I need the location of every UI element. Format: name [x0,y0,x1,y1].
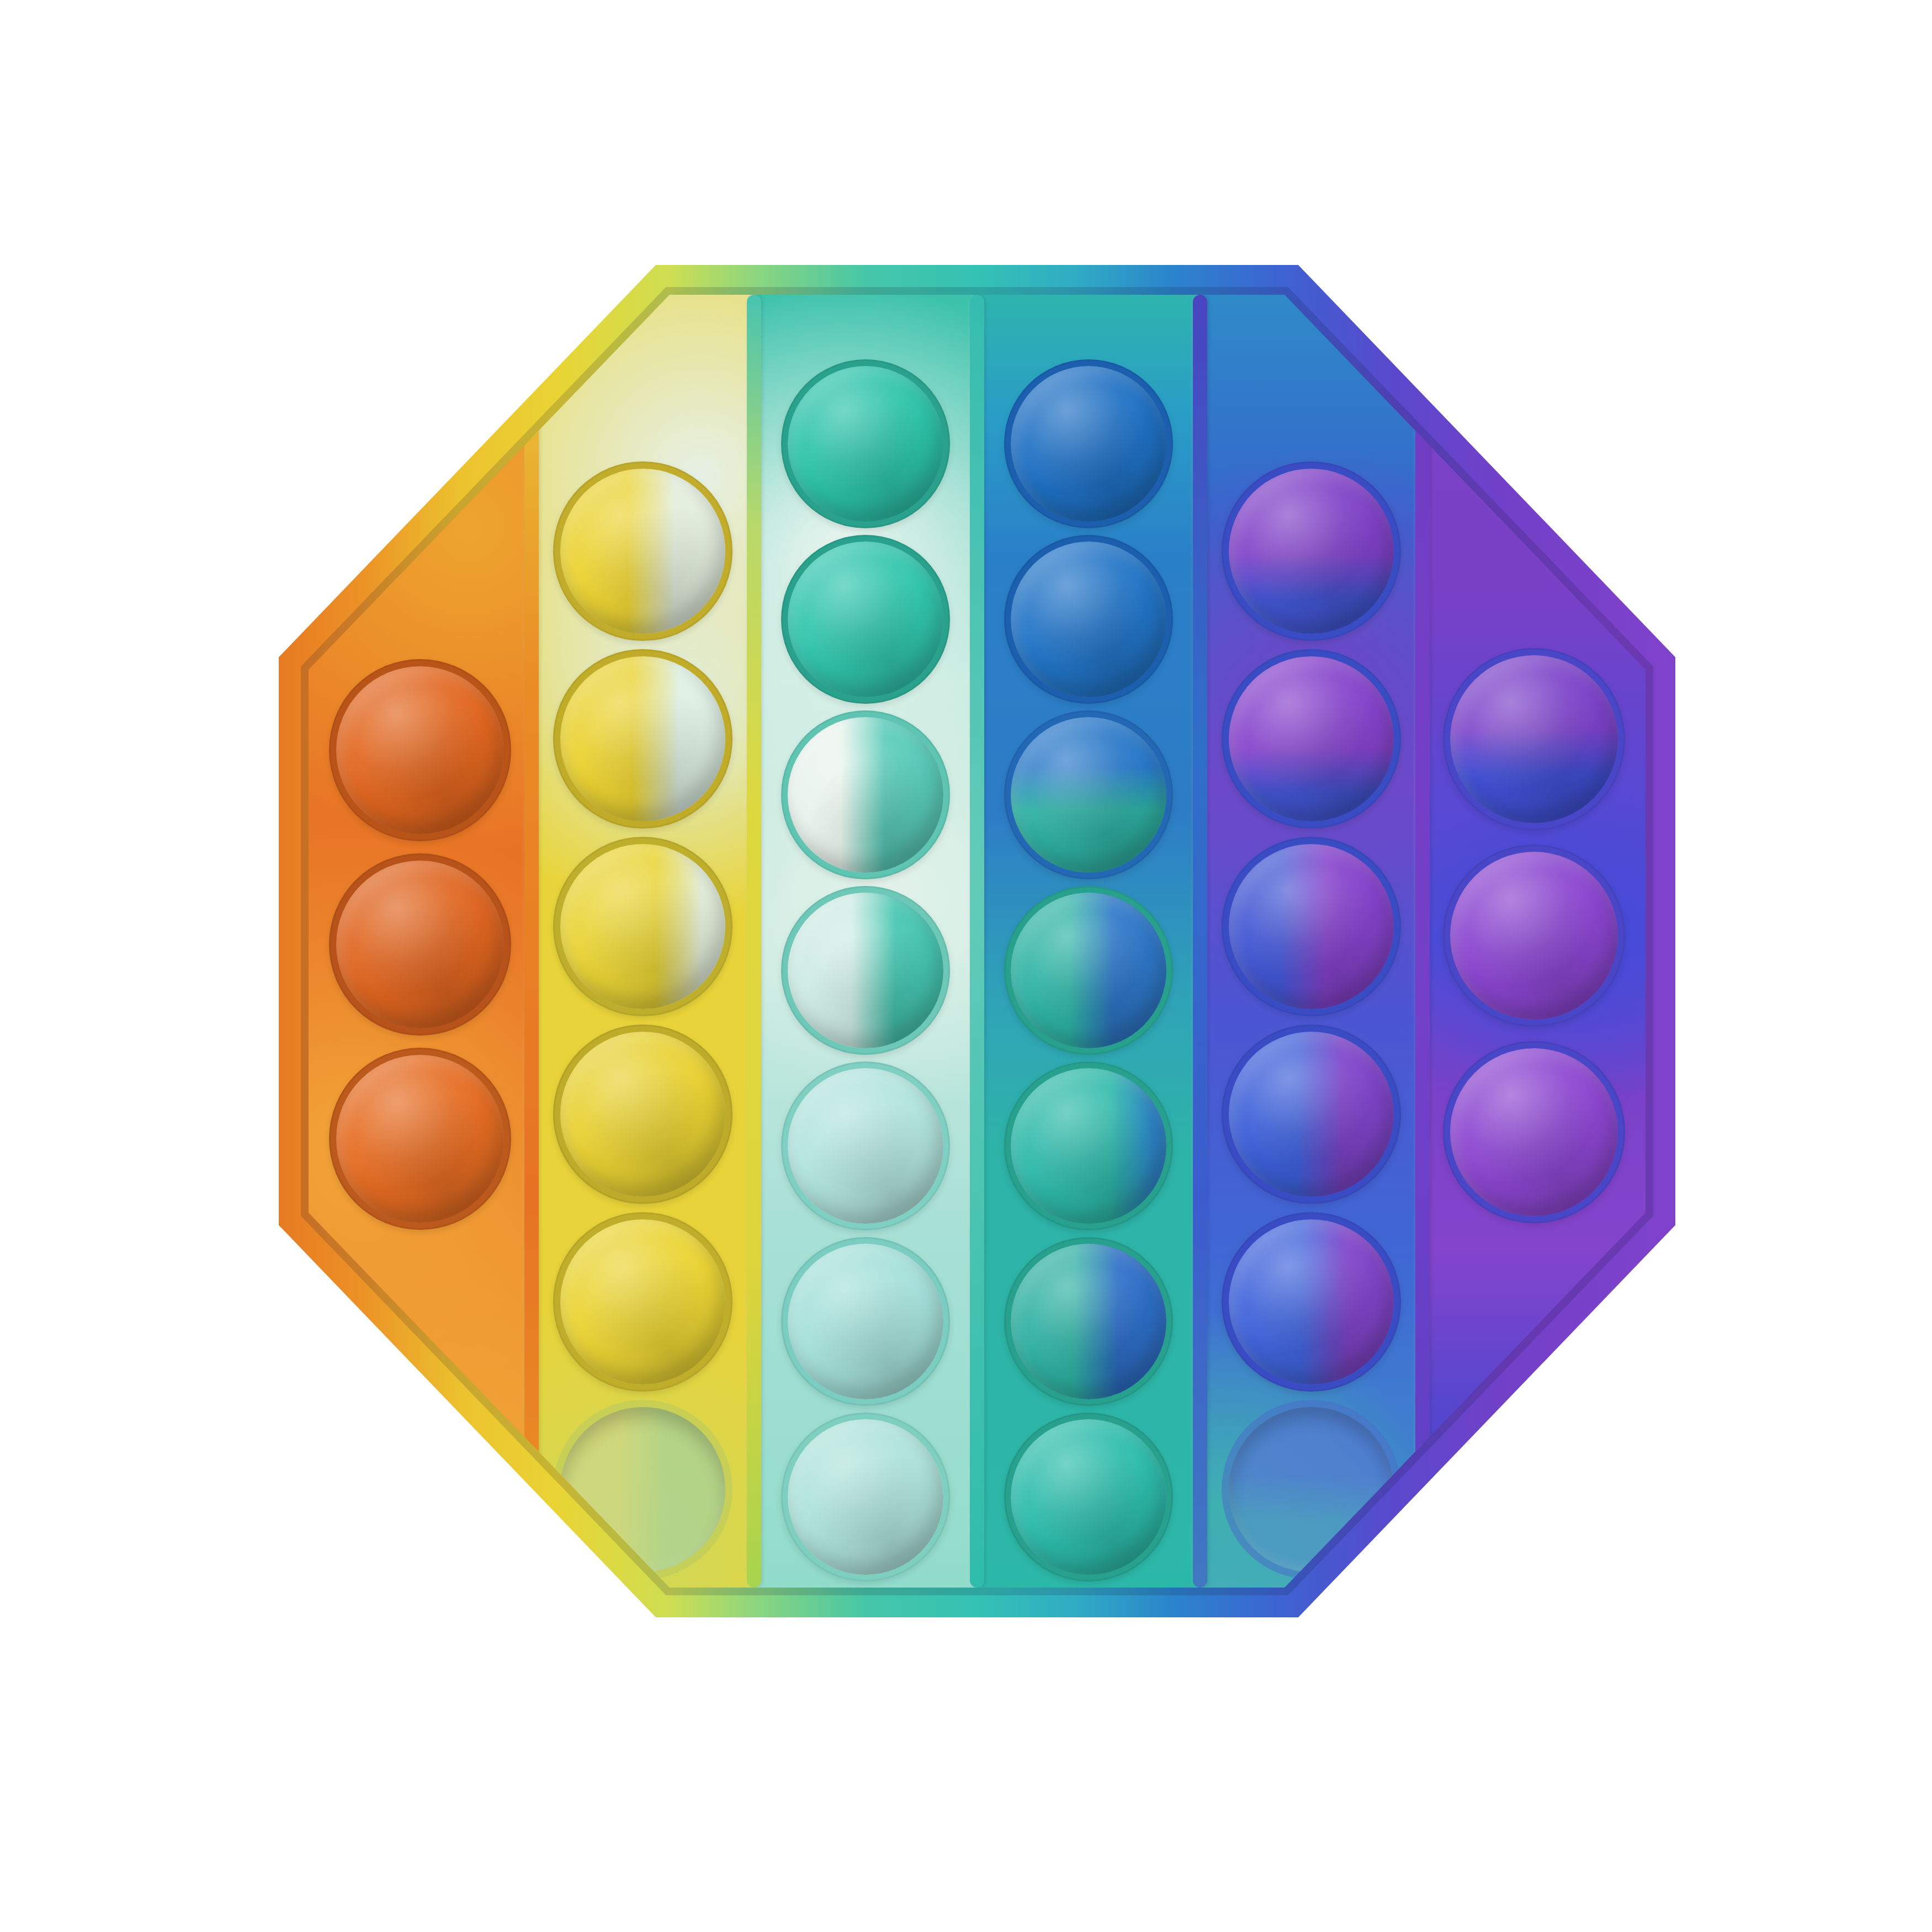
bubble-panels [309,295,1646,1588]
bubble-dome [560,469,725,634]
pop-it-board [279,265,1675,1617]
bubble-dome [336,1055,504,1223]
photo-canvas [0,0,1932,1932]
bubble-dome [1011,893,1166,1048]
bubble-c4-r2[interactable] [1004,535,1173,704]
column-mint [754,295,977,1588]
column-yellow [532,295,755,1588]
bubble-c6-r3[interactable] [1443,1041,1625,1223]
bubble-dome [1011,717,1166,873]
bubble-dome [1229,1407,1394,1572]
bubble-dome [560,1219,725,1384]
bubble-c1-r3[interactable] [329,1048,511,1230]
bubble-c4-r6[interactable] [1004,1237,1173,1406]
bubble-c3-r4[interactable] [781,886,950,1055]
bubble-dome [560,1032,725,1197]
bubble-c3-r5[interactable] [781,1061,950,1230]
bubble-dome [1011,542,1166,697]
rib-yellow-mint [747,295,761,1588]
column-purple [1423,295,1646,1588]
bubble-c5-r4[interactable] [1222,1025,1401,1204]
bubble-c5-r5[interactable] [1222,1212,1401,1392]
bubble-dome [1229,1032,1394,1197]
bubble-dome [788,717,943,873]
bubble-c4-r4[interactable] [1004,886,1173,1055]
bubble-dome [560,844,725,1009]
rib-blue-purple [1415,295,1430,1588]
bubble-c1-r2[interactable] [329,853,511,1036]
bubble-c5-r2[interactable] [1222,649,1401,829]
bubble-c1-r1[interactable] [329,659,511,841]
bubble-c4-r7[interactable] [1004,1413,1173,1581]
bubble-dome [336,666,504,834]
bubble-dome [1229,844,1394,1009]
rib-orange-yellow [524,295,539,1588]
bubble-c5-r6[interactable] [1222,1400,1401,1579]
bubble-c3-r1[interactable] [781,359,950,528]
bubble-c2-r3[interactable] [553,837,733,1016]
bubble-dome [1011,366,1166,522]
bubble-c4-r3[interactable] [1004,710,1173,879]
bubble-dome [1229,1219,1394,1384]
column-teal-blue [977,295,1200,1588]
bubble-dome [1011,1419,1166,1575]
bubble-dome [1011,1068,1166,1224]
bubble-dome [1450,1048,1618,1216]
bubble-dome [1011,1244,1166,1399]
bubble-dome [788,366,943,522]
bubble-c2-r4[interactable] [553,1025,733,1204]
bubble-c2-r2[interactable] [553,649,733,829]
rib-teal-blue [1193,295,1207,1588]
bubble-c3-r6[interactable] [781,1237,950,1406]
bubble-dome [1450,852,1618,1020]
bubble-c3-r3[interactable] [781,710,950,879]
column-blue-purple [1200,295,1423,1588]
bubble-c6-r1[interactable] [1443,648,1625,830]
bubble-dome [788,1419,943,1575]
bubble-dome [788,893,943,1048]
bubble-dome [560,1407,725,1572]
bubble-dome [1229,469,1394,634]
bubble-c2-r6[interactable] [553,1400,733,1579]
bubble-c3-r7[interactable] [781,1413,950,1581]
bubble-dome [336,861,504,1028]
rib-mint-teal [970,295,984,1588]
bubble-dome [560,656,725,821]
bubble-c2-r1[interactable] [553,461,733,641]
bubble-dome [1229,656,1394,821]
bubble-c5-r3[interactable] [1222,837,1401,1016]
bubble-c3-r2[interactable] [781,535,950,704]
column-orange [309,295,532,1588]
bubble-c6-r2[interactable] [1443,845,1625,1027]
bubble-c4-r1[interactable] [1004,359,1173,528]
bubble-c2-r5[interactable] [553,1212,733,1392]
bubble-dome [788,1068,943,1224]
bubble-dome [788,1244,943,1399]
bubble-c4-r5[interactable] [1004,1061,1173,1230]
bubble-dome [788,542,943,697]
bubble-dome [1450,655,1618,823]
bubble-c5-r1[interactable] [1222,461,1401,641]
